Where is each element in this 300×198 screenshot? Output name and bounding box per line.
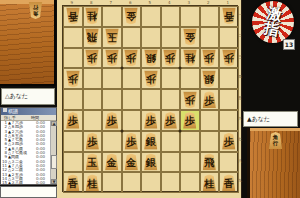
square-9b[interactable]: [63, 27, 83, 48]
kifu-header-time: 時間: [31, 115, 56, 120]
gote-piece-1c[interactable]: 歩: [221, 49, 236, 66]
gote-player-label: △あなた: [1, 88, 55, 105]
square-6g[interactable]: 歩: [122, 131, 142, 152]
square-5d[interactable]: 歩: [141, 68, 161, 89]
square-3f[interactable]: 歩: [180, 110, 200, 131]
square-6b[interactable]: [122, 27, 142, 48]
gote-piece-3e[interactable]: 歩: [182, 91, 197, 108]
board-grid: 香桂金香飛玉金歩歩歩銀歩桂歩歩歩歩銀歩歩歩歩歩歩歩歩歩銀歩玉金金銀飛香桂桂香: [62, 5, 238, 192]
gote-piece-7b[interactable]: 玉: [104, 29, 119, 46]
square-1h[interactable]: [219, 152, 239, 173]
square-8i[interactable]: 桂: [83, 172, 103, 193]
square-3g[interactable]: [180, 131, 200, 152]
square-1b[interactable]: [219, 27, 239, 48]
square-7g[interactable]: [102, 131, 122, 152]
square-8d[interactable]: [83, 68, 103, 89]
square-7a[interactable]: [102, 6, 122, 27]
square-5a[interactable]: [141, 6, 161, 27]
gote-piece-2c[interactable]: 歩: [202, 49, 217, 66]
gekisashi-window: 角 行 △あなた 棋譜 指し手 時間 1▲７六歩0:002△８四歩0:003▲２…: [0, 0, 300, 198]
square-3e[interactable]: 歩: [180, 89, 200, 110]
square-7c[interactable]: 歩: [102, 48, 122, 69]
square-8b[interactable]: 飛: [83, 27, 103, 48]
gekisashi-logo-text: 激指: [260, 5, 287, 39]
gote-piece-2d[interactable]: 銀: [202, 70, 217, 87]
square-9e[interactable]: [63, 89, 83, 110]
gote-piece-5c[interactable]: 銀: [143, 49, 158, 66]
hoshi-dot: [120, 129, 123, 132]
kifu-title-text: 棋譜: [8, 108, 18, 114]
square-4g[interactable]: [161, 131, 181, 152]
rank-label-5: 五: [238, 96, 242, 100]
square-4c[interactable]: 歩: [161, 48, 181, 69]
sente-player-label: ▲あなた: [243, 111, 298, 127]
square-8e[interactable]: [83, 89, 103, 110]
move-text: ▲３八銀: [8, 181, 36, 184]
gote-hand-piece-角[interactable]: 角 行: [28, 2, 43, 19]
rank-label-3: 三: [238, 55, 242, 59]
gote-piece-9a[interactable]: 香: [65, 8, 80, 25]
square-4b[interactable]: [161, 27, 181, 48]
square-2g[interactable]: [200, 131, 220, 152]
square-5f[interactable]: 歩: [141, 110, 161, 131]
rank-label-7: 七: [238, 138, 242, 142]
hoshi-dot: [179, 129, 182, 132]
rank-label-6: 六: [238, 117, 242, 121]
square-7h[interactable]: 金: [102, 152, 122, 173]
square-5c[interactable]: 銀: [141, 48, 161, 69]
gote-piece-8c[interactable]: 歩: [85, 49, 100, 66]
square-4i[interactable]: [161, 172, 181, 193]
gote-piece-1a[interactable]: 香: [221, 8, 236, 25]
square-3c[interactable]: 桂: [180, 48, 200, 69]
square-8f[interactable]: [83, 110, 103, 131]
square-9f[interactable]: 歩: [63, 110, 83, 131]
square-5i[interactable]: [141, 172, 161, 193]
rank-label-2: 二: [238, 34, 242, 38]
square-7i[interactable]: [102, 172, 122, 193]
square-4f[interactable]: 歩: [161, 110, 181, 131]
rank-label-4: 四: [238, 75, 242, 79]
square-8c[interactable]: 歩: [83, 48, 103, 69]
sente-piece-8i[interactable]: 桂: [85, 174, 100, 191]
sente-piece-9i[interactable]: 香: [65, 174, 80, 191]
gote-piece-6c[interactable]: 歩: [124, 49, 139, 66]
square-9a[interactable]: 香: [63, 6, 83, 27]
kifu-header-move: 指し手: [1, 115, 31, 120]
square-2e[interactable]: 歩: [200, 89, 220, 110]
kifu-title-bar[interactable]: 棋譜: [1, 108, 56, 115]
square-5g[interactable]: 銀: [141, 131, 161, 152]
gote-piece-stand: 角 行: [0, 0, 56, 86]
sente-piece-7h[interactable]: 金: [104, 153, 119, 170]
sente-piece-5f[interactable]: 歩: [143, 112, 158, 129]
sente-piece-stand: 角 行: [247, 128, 300, 198]
gote-piece-9d[interactable]: 歩: [65, 70, 80, 87]
gote-piece-3b[interactable]: 金: [182, 29, 197, 46]
gote-piece-4c[interactable]: 歩: [163, 49, 178, 66]
gote-piece-8b[interactable]: 飛: [85, 29, 100, 46]
sente-piece-6h[interactable]: 金: [124, 153, 139, 170]
sente-piece-8h[interactable]: 玉: [85, 153, 100, 170]
sente-piece-6g[interactable]: 歩: [124, 133, 139, 150]
square-7f[interactable]: 歩: [102, 110, 122, 131]
square-6f[interactable]: [122, 110, 142, 131]
gote-piece-3c[interactable]: 桂: [182, 49, 197, 66]
sente-piece-8g[interactable]: 歩: [85, 133, 100, 150]
square-2i[interactable]: 桂: [200, 172, 220, 193]
square-1g[interactable]: 歩: [219, 131, 239, 152]
square-3i[interactable]: [180, 172, 200, 193]
sente-piece-1g[interactable]: 歩: [221, 133, 236, 150]
rank-label-8: 八: [238, 159, 242, 163]
square-7b[interactable]: 玉: [102, 27, 122, 48]
square-1i[interactable]: 香: [219, 172, 239, 193]
square-5e[interactable]: [141, 89, 161, 110]
square-4d[interactable]: [161, 68, 181, 89]
square-3h[interactable]: [180, 152, 200, 173]
gote-piece-5d[interactable]: 歩: [143, 70, 158, 87]
gote-piece-7c[interactable]: 歩: [104, 49, 119, 66]
square-2h[interactable]: 飛: [200, 152, 220, 173]
kifu-scrollbar[interactable]: ▲ ▼: [50, 121, 56, 184]
kifu-window: 棋譜 指し手 時間 1▲７六歩0:002△８四歩0:003▲２六歩0:004△８…: [0, 107, 57, 185]
rank-label-1: 一: [238, 13, 242, 17]
square-9d[interactable]: 歩: [63, 68, 83, 89]
square-6c[interactable]: 歩: [122, 48, 142, 69]
shogi-board: 987654321 香桂金香飛玉金歩歩歩銀歩桂歩歩歩歩銀歩歩歩歩歩歩歩歩歩銀歩玉…: [57, 0, 242, 198]
square-2d[interactable]: 銀: [200, 68, 220, 89]
square-2b[interactable]: [200, 27, 220, 48]
kifu-move-list[interactable]: 1▲７六歩0:002△８四歩0:003▲２六歩0:004△８五歩0:005▲７七…: [1, 121, 50, 184]
sente-hand-piece-角[interactable]: 角 行: [268, 132, 283, 149]
square-8g[interactable]: 歩: [83, 131, 103, 152]
sente-piece-5h[interactable]: 銀: [143, 153, 158, 170]
gekisashi-logo: 激指: [252, 1, 294, 43]
sente-piece-5g[interactable]: 銀: [143, 133, 158, 150]
sente-piece-2e[interactable]: 歩: [202, 91, 217, 108]
rank-label-9: 九: [238, 179, 242, 183]
square-8h[interactable]: 玉: [83, 152, 103, 173]
square-1f[interactable]: [219, 110, 239, 131]
square-9h[interactable]: [63, 152, 83, 173]
square-6a[interactable]: 金: [122, 6, 142, 27]
sente-piece-9f[interactable]: 歩: [65, 112, 80, 129]
sente-piece-2i[interactable]: 桂: [202, 174, 217, 191]
hoshi-dot: [179, 67, 182, 70]
square-1c[interactable]: 歩: [219, 48, 239, 69]
square-6d[interactable]: [122, 68, 142, 89]
sente-piece-4f[interactable]: 歩: [163, 112, 178, 129]
hoshi-dot: [120, 67, 123, 70]
kifu-window-icon: [3, 108, 7, 112]
sente-piece-3f[interactable]: 歩: [182, 112, 197, 129]
stand-top-edge: [0, 0, 54, 4]
square-9i[interactable]: 香: [63, 172, 83, 193]
square-4h[interactable]: [161, 152, 181, 173]
gote-piece-6a[interactable]: 金: [124, 8, 139, 25]
square-6i[interactable]: [122, 172, 142, 193]
sente-piece-2h[interactable]: 飛: [202, 153, 217, 170]
square-5h[interactable]: 銀: [141, 152, 161, 173]
square-3b[interactable]: 金: [180, 27, 200, 48]
square-9c[interactable]: [63, 48, 83, 69]
square-4a[interactable]: [161, 6, 181, 27]
version-badge: 13: [283, 39, 295, 50]
square-1e[interactable]: [219, 89, 239, 110]
kifu-comment-box[interactable]: [0, 186, 57, 198]
sente-piece-7f[interactable]: 歩: [104, 112, 119, 129]
square-7d[interactable]: [102, 68, 122, 89]
square-5b[interactable]: [141, 27, 161, 48]
gote-piece-8a[interactable]: 桂: [85, 8, 100, 25]
square-6h[interactable]: 金: [122, 152, 142, 173]
square-4e[interactable]: [161, 89, 181, 110]
square-2c[interactable]: 歩: [200, 48, 220, 69]
square-3a[interactable]: [180, 6, 200, 27]
square-6e[interactable]: [122, 89, 142, 110]
square-1a[interactable]: 香: [219, 6, 239, 27]
square-9g[interactable]: [63, 131, 83, 152]
square-8a[interactable]: 桂: [83, 6, 103, 27]
square-2f[interactable]: [200, 110, 220, 131]
square-7e[interactable]: [102, 89, 122, 110]
sente-piece-1i[interactable]: 香: [221, 174, 236, 191]
square-3d[interactable]: [180, 68, 200, 89]
square-2a[interactable]: [200, 6, 220, 27]
stand-top-edge: [250, 128, 300, 131]
square-1d[interactable]: [219, 68, 239, 89]
